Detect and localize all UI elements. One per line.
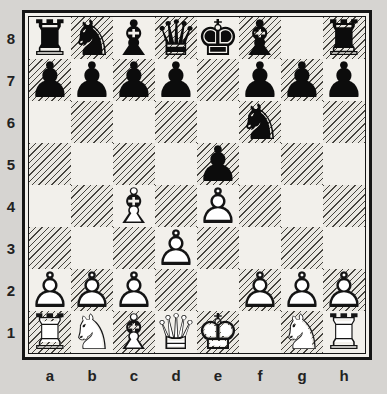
square-c1[interactable]: ♝♗ (113, 311, 155, 353)
piece-outline: ♙ (196, 182, 240, 231)
square-a6[interactable] (29, 101, 71, 143)
black-pawn-d7: ♟ (155, 59, 197, 101)
rank-label-8: 8 (0, 17, 18, 59)
square-f2[interactable]: ♟♙ (239, 269, 281, 311)
black-knight-f6: ♞ (239, 101, 281, 143)
square-c4[interactable]: ♝♗ (113, 185, 155, 227)
piece-outline: ♔ (196, 308, 240, 357)
square-a5[interactable] (29, 143, 71, 185)
square-h7[interactable]: ♟ (323, 59, 365, 101)
file-labels: abcdefgh (29, 360, 365, 390)
piece-outline: ♖ (28, 308, 72, 357)
square-f4[interactable] (239, 185, 281, 227)
square-f1[interactable] (239, 311, 281, 353)
white-queen-d1: ♛♕ (155, 311, 197, 353)
piece-outline: ♗ (112, 182, 156, 231)
square-h1[interactable]: ♜♖ (323, 311, 365, 353)
black-king-e8: ♚ (197, 17, 239, 59)
square-d3[interactable]: ♟♙ (155, 227, 197, 269)
white-rook-h1: ♜♖ (323, 311, 365, 353)
file-label-f: f (239, 360, 281, 390)
piece-outline: ♕ (154, 308, 198, 357)
black-pawn-a7: ♟ (29, 59, 71, 101)
file-label-b: b (71, 360, 113, 390)
piece-outline: ♗ (112, 308, 156, 357)
square-g6[interactable] (281, 101, 323, 143)
white-knight-g1: ♞♘ (281, 311, 323, 353)
piece-outline: ♘ (280, 308, 324, 357)
square-e1[interactable]: ♚♔ (197, 311, 239, 353)
piece-outline: ♙ (154, 224, 198, 273)
square-a4[interactable] (29, 185, 71, 227)
square-g7[interactable]: ♟ (281, 59, 323, 101)
square-b4[interactable] (71, 185, 113, 227)
square-f5[interactable] (239, 143, 281, 185)
white-king-e1: ♚♔ (197, 311, 239, 353)
piece-outline: ♘ (70, 308, 114, 357)
square-a7[interactable]: ♟ (29, 59, 71, 101)
white-knight-b1: ♞♘ (71, 311, 113, 353)
white-pawn-f2: ♟♙ (239, 269, 281, 311)
square-b6[interactable] (71, 101, 113, 143)
square-a1[interactable]: ♜♖ (29, 311, 71, 353)
square-d1[interactable]: ♛♕ (155, 311, 197, 353)
square-d6[interactable] (155, 101, 197, 143)
file-label-g: g (281, 360, 323, 390)
square-e7[interactable] (197, 59, 239, 101)
square-e3[interactable] (197, 227, 239, 269)
rank-labels: 87654321 (0, 17, 18, 353)
square-h4[interactable] (323, 185, 365, 227)
rank-label-1: 1 (0, 311, 18, 353)
square-b1[interactable]: ♞♘ (71, 311, 113, 353)
square-e8[interactable]: ♚ (197, 17, 239, 59)
file-label-e: e (197, 360, 239, 390)
rank-label-3: 3 (0, 227, 18, 269)
chess-board: ♜♞♝♛♚♝♜♟♟♟♟♟♟♟♞♟♝♗♟♙♟♙♟♙♟♙♟♙♟♙♟♙♟♙♜♖♞♘♝♗… (22, 10, 372, 360)
black-pawn-h7: ♟ (323, 59, 365, 101)
white-bishop-c4: ♝♗ (113, 185, 155, 227)
square-g1[interactable]: ♞♘ (281, 311, 323, 353)
rank-label-6: 6 (0, 101, 18, 143)
rank-label-5: 5 (0, 143, 18, 185)
rank-label-2: 2 (0, 269, 18, 311)
square-g4[interactable] (281, 185, 323, 227)
white-pawn-e4: ♟♙ (197, 185, 239, 227)
white-bishop-c1: ♝♗ (113, 311, 155, 353)
white-rook-a1: ♜♖ (29, 311, 71, 353)
rank-label-7: 7 (0, 59, 18, 101)
square-b7[interactable]: ♟ (71, 59, 113, 101)
file-label-h: h (323, 360, 365, 390)
square-b5[interactable] (71, 143, 113, 185)
square-f6[interactable]: ♞ (239, 101, 281, 143)
piece-outline: ♙ (238, 266, 282, 315)
file-label-c: c (113, 360, 155, 390)
square-c6[interactable] (113, 101, 155, 143)
square-c7[interactable]: ♟ (113, 59, 155, 101)
square-h6[interactable] (323, 101, 365, 143)
board-inner-border: ♜♞♝♛♚♝♜♟♟♟♟♟♟♟♞♟♝♗♟♙♟♙♟♙♟♙♟♙♟♙♟♙♟♙♜♖♞♘♝♗… (28, 16, 366, 354)
square-d7[interactable]: ♟ (155, 59, 197, 101)
square-e4[interactable]: ♟♙ (197, 185, 239, 227)
square-g5[interactable] (281, 143, 323, 185)
white-pawn-d3: ♟♙ (155, 227, 197, 269)
square-h5[interactable] (323, 143, 365, 185)
file-label-a: a (29, 360, 71, 390)
rank-label-4: 4 (0, 185, 18, 227)
black-pawn-g7: ♟ (281, 59, 323, 101)
board-grid: ♜♞♝♛♚♝♜♟♟♟♟♟♟♟♞♟♝♗♟♙♟♙♟♙♟♙♟♙♟♙♟♙♟♙♜♖♞♘♝♗… (29, 17, 365, 353)
piece-outline: ♖ (322, 308, 366, 357)
black-pawn-b7: ♟ (71, 59, 113, 101)
file-label-d: d (155, 360, 197, 390)
square-d5[interactable] (155, 143, 197, 185)
black-pawn-c7: ♟ (113, 59, 155, 101)
